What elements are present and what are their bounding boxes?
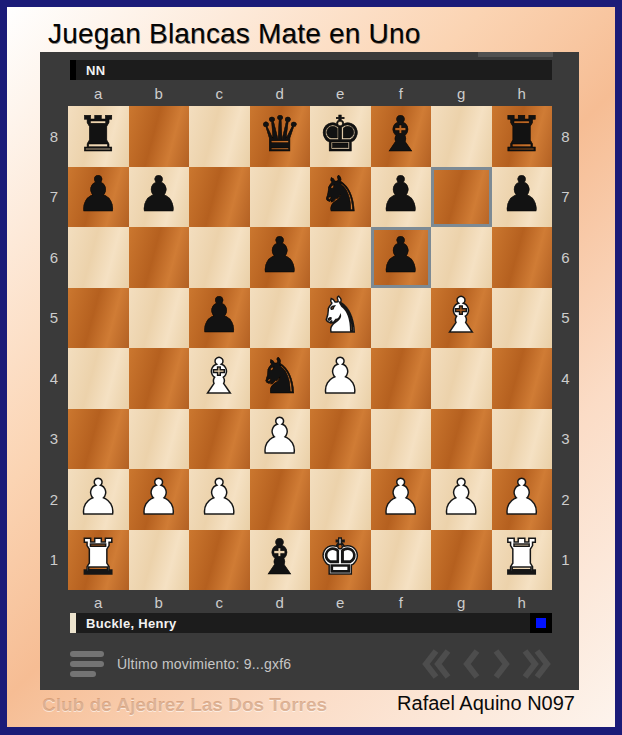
square-g3[interactable]: [431, 409, 492, 470]
square-d6[interactable]: ♟: [250, 227, 311, 288]
chevron-left-icon: [462, 647, 482, 681]
panel-top-strip: [478, 52, 553, 57]
last-move-button[interactable]: [520, 647, 552, 681]
next-move-button[interactable]: [491, 647, 511, 681]
file-label-a: a: [94, 85, 102, 102]
rank-label-5: 5: [561, 309, 569, 326]
square-g1[interactable]: [431, 530, 492, 591]
author-credit: Rafael Aquino N097: [397, 692, 575, 715]
file-label-e: e: [336, 85, 344, 102]
piece-white-king: ♚: [318, 533, 362, 582]
square-f5[interactable]: [371, 288, 432, 349]
club-watermark: Club de Ajedrez Las Dos Torres: [42, 694, 327, 716]
previous-move-button[interactable]: [462, 647, 482, 681]
piece-black-pawn: ♟: [197, 291, 241, 340]
piece-white-pawn: ♟: [379, 473, 423, 522]
menu-icon-bar: [70, 661, 104, 667]
square-e6[interactable]: [310, 227, 371, 288]
player-name-black: NN: [86, 63, 105, 78]
square-c7[interactable]: [189, 167, 250, 228]
rank-label-6: 6: [561, 249, 569, 266]
square-a4[interactable]: [68, 348, 129, 409]
square-g6[interactable]: [431, 227, 492, 288]
menu-icon[interactable]: [70, 649, 104, 679]
player-name-white: Buckle, Henry: [86, 616, 177, 631]
square-b7[interactable]: ♟: [129, 167, 190, 228]
file-label-c: c: [216, 85, 224, 102]
piece-white-pawn: ♟: [76, 473, 120, 522]
square-d4[interactable]: ♞: [250, 348, 311, 409]
square-a7[interactable]: ♟: [68, 167, 129, 228]
square-d8[interactable]: ♛: [250, 106, 311, 167]
square-b2[interactable]: ♟: [129, 469, 190, 530]
piece-white-pawn: ♟: [258, 412, 302, 461]
rank-label-1: 1: [50, 551, 58, 568]
piece-black-rook: ♜: [500, 110, 544, 159]
square-h1[interactable]: ♜: [492, 530, 553, 591]
rank-label-3: 3: [561, 430, 569, 447]
square-h2[interactable]: ♟: [492, 469, 553, 530]
rank-label-3: 3: [50, 430, 58, 447]
square-e5[interactable]: ♞: [310, 288, 371, 349]
file-label-h: h: [518, 594, 526, 611]
file-label-h: h: [518, 85, 526, 102]
window: Juegan Blancas Mate en Uno NN abcdefgh 8…: [0, 0, 622, 735]
square-e2[interactable]: [310, 469, 371, 530]
player-bar-white: Buckle, Henry: [70, 613, 552, 633]
rank-label-1: 1: [561, 551, 569, 568]
square-c6[interactable]: [189, 227, 250, 288]
chess-widget: NN abcdefgh 87654321 ♜♛♚♝♜♟♟♞♟♟♟♟♟♞♝♝♞♟♟…: [40, 52, 579, 690]
square-c1[interactable]: [189, 530, 250, 591]
turn-indicator: [530, 613, 552, 633]
rank-label-2: 2: [561, 491, 569, 508]
square-d7[interactable]: [250, 167, 311, 228]
double-chevron-left-icon: [421, 647, 453, 681]
square-c2[interactable]: ♟: [189, 469, 250, 530]
rank-label-7: 7: [50, 188, 58, 205]
first-move-button[interactable]: [421, 647, 453, 681]
rank-label-8: 8: [561, 128, 569, 145]
file-coordinates-bottom: abcdefgh: [68, 591, 552, 613]
chevron-right-icon: [491, 647, 511, 681]
rank-label-2: 2: [50, 491, 58, 508]
square-d5[interactable]: [250, 288, 311, 349]
rank-coordinates-left: 87654321: [40, 106, 68, 590]
menu-icon-bar: [70, 651, 104, 657]
square-h8[interactable]: ♜: [492, 106, 553, 167]
square-d2[interactable]: [250, 469, 311, 530]
square-b6[interactable]: [129, 227, 190, 288]
file-label-a: a: [94, 594, 102, 611]
square-b5[interactable]: [129, 288, 190, 349]
square-h3[interactable]: [492, 409, 553, 470]
piece-black-pawn: ♟: [137, 170, 181, 219]
rank-label-5: 5: [50, 309, 58, 326]
piece-black-rook: ♜: [76, 110, 120, 159]
square-c3[interactable]: [189, 409, 250, 470]
last-move-status: Último movimiento: 9...gxf6: [117, 656, 291, 672]
square-b1[interactable]: [129, 530, 190, 591]
file-coordinates-top: abcdefgh: [68, 82, 552, 104]
puzzle-title: Juegan Blancas Mate en Uno: [48, 18, 421, 50]
file-label-d: d: [276, 85, 284, 102]
file-label-c: c: [216, 594, 224, 611]
rank-label-6: 6: [50, 249, 58, 266]
square-c5[interactable]: ♟: [189, 288, 250, 349]
controls-bar: Último movimiento: 9...gxf6: [70, 644, 552, 684]
piece-black-pawn: ♟: [258, 231, 302, 280]
square-c8[interactable]: [189, 106, 250, 167]
rank-coordinates-right: 87654321: [552, 106, 579, 590]
square-e4[interactable]: ♟: [310, 348, 371, 409]
double-chevron-right-icon: [520, 647, 552, 681]
square-a2[interactable]: ♟: [68, 469, 129, 530]
chess-board: ♜♛♚♝♜♟♟♞♟♟♟♟♟♞♝♝♞♟♟♟♟♟♟♟♟♜♝♚♜: [68, 106, 552, 590]
player-bar-black: NN: [70, 60, 552, 80]
square-h6[interactable]: [492, 227, 553, 288]
file-label-f: f: [399, 85, 403, 102]
square-h4[interactable]: [492, 348, 553, 409]
square-a5[interactable]: [68, 288, 129, 349]
piece-white-pawn: ♟: [137, 473, 181, 522]
square-b8[interactable]: [129, 106, 190, 167]
piece-black-bishop: ♝: [379, 110, 423, 159]
turn-indicator-dot: [536, 618, 546, 628]
piece-white-rook: ♜: [500, 533, 544, 582]
square-a1[interactable]: ♜: [68, 530, 129, 591]
piece-white-rook: ♜: [76, 533, 120, 582]
move-navigation: [421, 647, 552, 681]
piece-white-bishop: ♝: [197, 352, 241, 401]
square-b4[interactable]: [129, 348, 190, 409]
square-d1[interactable]: ♝: [250, 530, 311, 591]
square-g7[interactable]: [431, 167, 492, 228]
menu-icon-bar: [70, 671, 96, 677]
rank-label-4: 4: [50, 370, 58, 387]
square-e7[interactable]: ♞: [310, 167, 371, 228]
piece-black-king: ♚: [318, 110, 362, 159]
square-e3[interactable]: [310, 409, 371, 470]
square-f2[interactable]: ♟: [371, 469, 432, 530]
square-g8[interactable]: [431, 106, 492, 167]
square-g4[interactable]: [431, 348, 492, 409]
rank-label-8: 8: [50, 128, 58, 145]
piece-black-pawn: ♟: [379, 170, 423, 219]
piece-black-knight: ♞: [258, 352, 302, 401]
piece-white-pawn: ♟: [318, 352, 362, 401]
white-side-marker: [70, 613, 76, 633]
square-b3[interactable]: [129, 409, 190, 470]
piece-white-bishop: ♝: [439, 291, 483, 340]
piece-white-knight: ♞: [318, 291, 362, 340]
piece-black-bishop: ♝: [258, 533, 302, 582]
file-label-e: e: [336, 594, 344, 611]
square-f8[interactable]: ♝: [371, 106, 432, 167]
rank-label-4: 4: [561, 370, 569, 387]
square-f1[interactable]: [371, 530, 432, 591]
square-e1[interactable]: ♚: [310, 530, 371, 591]
square-f7[interactable]: ♟: [371, 167, 432, 228]
black-side-marker: [70, 60, 76, 80]
square-a8[interactable]: ♜: [68, 106, 129, 167]
file-label-g: g: [457, 594, 465, 611]
square-f3[interactable]: [371, 409, 432, 470]
piece-white-pawn: ♟: [500, 473, 544, 522]
piece-black-pawn: ♟: [76, 170, 120, 219]
square-a6[interactable]: [68, 227, 129, 288]
square-e8[interactable]: ♚: [310, 106, 371, 167]
file-label-d: d: [276, 594, 284, 611]
page-background: Juegan Blancas Mate en Uno NN abcdefgh 8…: [7, 7, 615, 727]
square-h5[interactable]: [492, 288, 553, 349]
piece-white-pawn: ♟: [197, 473, 241, 522]
piece-black-queen: ♛: [258, 110, 302, 159]
square-f6[interactable]: ♟: [371, 227, 432, 288]
file-label-g: g: [457, 85, 465, 102]
square-d3[interactable]: ♟: [250, 409, 311, 470]
file-label-f: f: [399, 594, 403, 611]
piece-black-knight: ♞: [318, 170, 362, 219]
square-h7[interactable]: ♟: [492, 167, 553, 228]
piece-black-pawn: ♟: [500, 170, 544, 219]
square-a3[interactable]: [68, 409, 129, 470]
piece-white-pawn: ♟: [439, 473, 483, 522]
square-g2[interactable]: ♟: [431, 469, 492, 530]
square-f4[interactable]: [371, 348, 432, 409]
file-label-b: b: [155, 85, 163, 102]
file-label-b: b: [155, 594, 163, 611]
square-g5[interactable]: ♝: [431, 288, 492, 349]
piece-black-pawn: ♟: [379, 231, 423, 280]
rank-label-7: 7: [561, 188, 569, 205]
square-c4[interactable]: ♝: [189, 348, 250, 409]
